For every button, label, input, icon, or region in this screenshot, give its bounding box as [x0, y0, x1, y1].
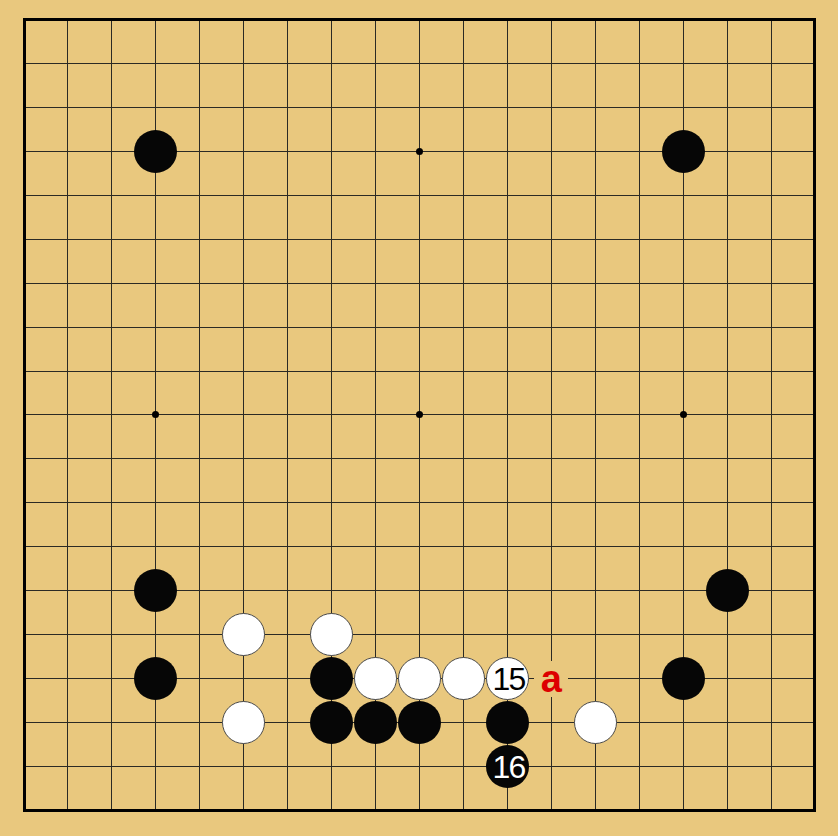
- stone-white: [398, 657, 441, 700]
- stone-white-15: 15: [486, 657, 529, 700]
- stone-white: [574, 701, 617, 744]
- stone-black: [310, 657, 353, 700]
- stone-white: [442, 657, 485, 700]
- stone-black: [310, 701, 353, 744]
- go-board: a1615: [0, 0, 838, 836]
- stone-black: [398, 701, 441, 744]
- stone-black: [662, 657, 705, 700]
- stone-black: [662, 130, 705, 173]
- go-diagram: a1615: [0, 0, 838, 836]
- stone-black: [134, 130, 177, 173]
- stone-white: [310, 613, 353, 656]
- stone-black-16: 16: [486, 745, 529, 788]
- star-point: [416, 148, 423, 155]
- stone-white: [354, 657, 397, 700]
- point-label-a: a: [534, 661, 568, 697]
- stone-black: [354, 701, 397, 744]
- stone-black: [486, 701, 529, 744]
- stone-black: [706, 569, 749, 612]
